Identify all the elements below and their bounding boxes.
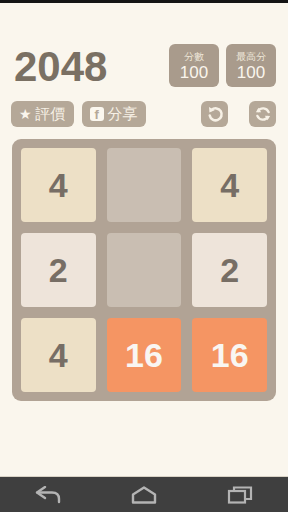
tile-16: 16 [192,318,267,392]
game-title: 2048 [14,44,107,90]
tile-4: 4 [21,148,96,222]
header: 2048 分數 100 最高分 100 [0,3,288,90]
rate-button[interactable]: ★ 評價 [11,101,74,127]
nav-home-button[interactable] [96,477,192,512]
undo-button[interactable] [201,101,228,127]
home-icon [130,486,158,504]
navigation-bar [0,476,288,512]
game-board[interactable]: 442241616 [12,139,276,401]
score-value: 100 [180,63,208,82]
score-label: 分數 [184,50,204,63]
share-button[interactable]: f 分享 [82,101,146,127]
tile-2: 2 [192,233,267,307]
score-panel: 分數 100 最高分 100 [169,44,276,87]
empty-cell [107,148,182,222]
tile-4: 4 [21,318,96,392]
facebook-icon: f [90,107,104,121]
nav-recents-button[interactable] [192,477,288,512]
tile-2: 2 [21,233,96,307]
rate-button-label: 評價 [36,105,66,124]
bottom-space [0,401,288,476]
tile-16: 16 [107,318,182,392]
best-score-box: 最高分 100 [226,44,276,87]
share-button-label: 分享 [108,105,138,124]
nav-back-button[interactable] [0,477,96,512]
refresh-button[interactable] [249,101,276,127]
undo-icon [206,105,224,123]
score-box: 分數 100 [169,44,219,87]
best-score-value: 100 [237,63,265,82]
recents-icon [227,486,253,504]
toolbar: ★ 評價 f 分享 [0,90,288,127]
empty-cell [107,233,182,307]
back-icon [34,486,62,504]
star-icon: ★ [19,107,32,121]
tile-4: 4 [192,148,267,222]
refresh-icon [254,105,272,123]
app-screen: 2048 分數 100 最高分 100 ★ 評價 f 分享 [0,0,288,512]
best-score-label: 最高分 [236,50,266,63]
